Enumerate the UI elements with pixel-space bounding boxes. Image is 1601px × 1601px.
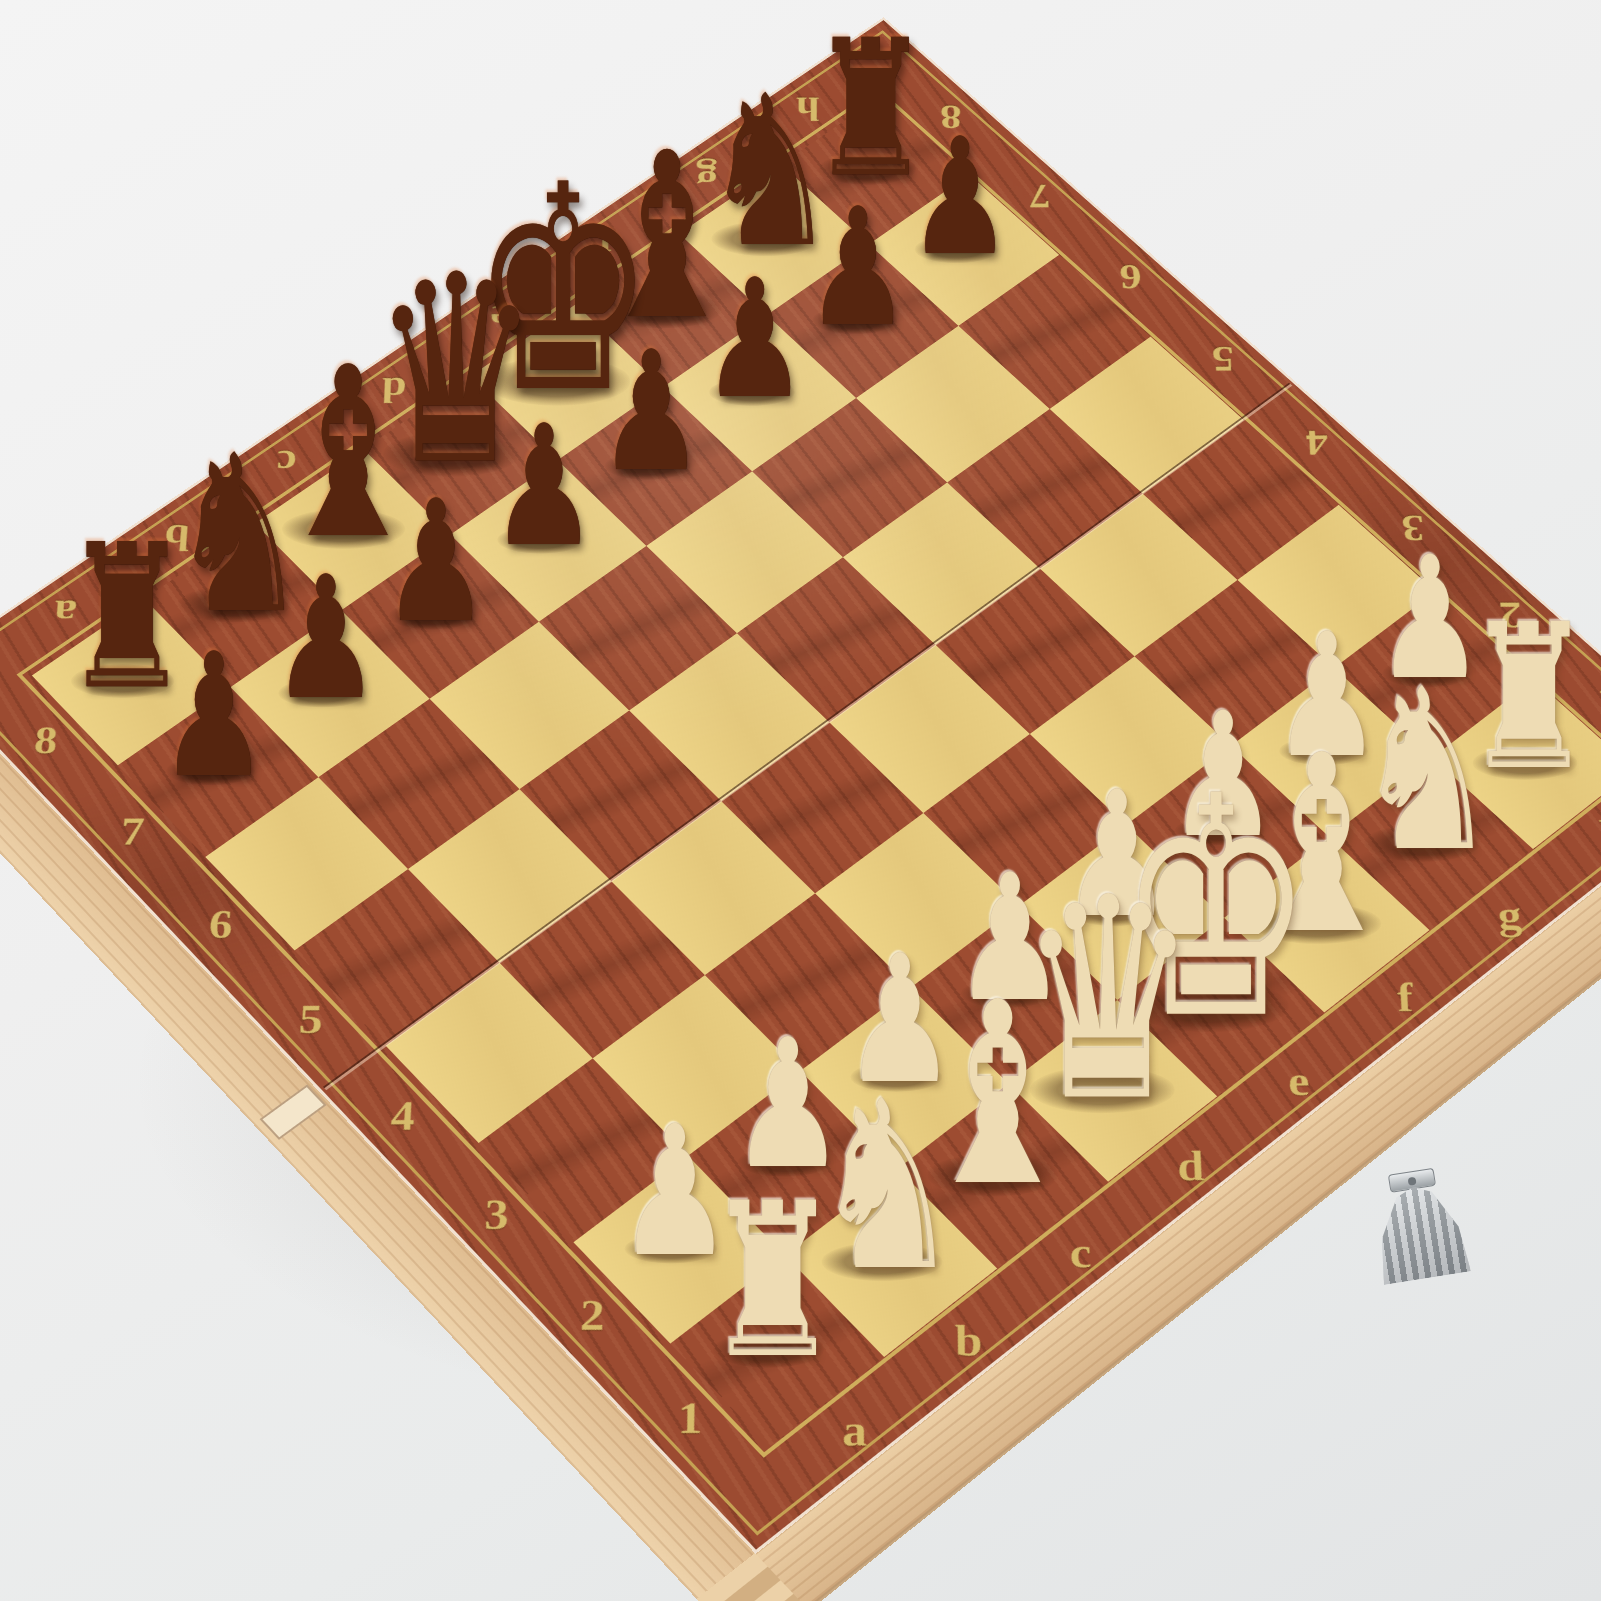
black-pawn-glyph: ♟ bbox=[703, 258, 809, 422]
latch-body bbox=[1367, 1164, 1471, 1284]
black-pawn-glyph: ♟ bbox=[382, 478, 490, 646]
black-pawn-glyph: ♟ bbox=[490, 403, 598, 570]
black-pawn-glyph: ♟ bbox=[159, 631, 269, 802]
white-rook-glyph: ♜ bbox=[704, 1175, 842, 1389]
black-pawn-glyph: ♟ bbox=[908, 117, 1012, 278]
latch-fan-plate bbox=[1370, 1180, 1471, 1285]
pieces-layer: ♜♞♝♛♚♝♞♜♟♟♟♟♟♟♟♟♟♟♟♟♟♟♟♟♜♞♝♛♚♝♞♜ bbox=[0, 0, 1601, 1601]
black-pawn-glyph: ♟ bbox=[271, 554, 380, 723]
product-photo-scene: aa11bb22cc33dd44ee55ff66gg77hh88 ♜♞♝♛♚♝♞… bbox=[0, 0, 1601, 1601]
black-pawn-glyph: ♟ bbox=[806, 187, 911, 350]
black-pawn-glyph: ♟ bbox=[597, 330, 704, 495]
